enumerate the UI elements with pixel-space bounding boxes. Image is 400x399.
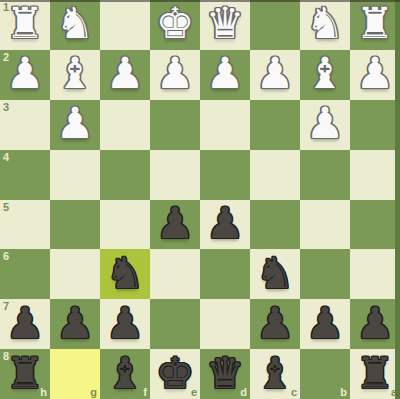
- piece-black-pawn[interactable]: ♟: [56, 302, 95, 345]
- piece-black-pawn[interactable]: ♟: [106, 302, 145, 345]
- square-b8[interactable]: b: [300, 349, 350, 399]
- square-e1[interactable]: ♚: [150, 0, 200, 50]
- square-d4[interactable]: [200, 150, 250, 200]
- square-c4[interactable]: [250, 150, 300, 200]
- square-e5[interactable]: ♟: [150, 200, 200, 250]
- square-c3[interactable]: [250, 100, 300, 150]
- piece-black-pawn[interactable]: ♟: [156, 202, 195, 245]
- square-h7[interactable]: 7♟: [0, 299, 50, 349]
- square-b1[interactable]: ♞: [300, 0, 350, 50]
- piece-white-king[interactable]: ♚: [156, 2, 195, 45]
- square-g5[interactable]: [50, 200, 100, 250]
- piece-black-pawn[interactable]: ♟: [256, 302, 295, 345]
- piece-black-queen[interactable]: ♛: [206, 352, 245, 395]
- square-e7[interactable]: [150, 299, 200, 349]
- piece-white-pawn[interactable]: ♟: [156, 52, 195, 95]
- square-c7[interactable]: ♟: [250, 299, 300, 349]
- square-e8[interactable]: e♚: [150, 349, 200, 399]
- piece-white-pawn[interactable]: ♟: [306, 102, 345, 145]
- square-h8[interactable]: 8h♜: [0, 349, 50, 399]
- file-label-g: g: [90, 386, 97, 398]
- square-c8[interactable]: c♝: [250, 349, 300, 399]
- piece-black-rook[interactable]: ♜: [356, 352, 395, 395]
- square-g6[interactable]: [50, 249, 100, 299]
- piece-white-rook[interactable]: ♜: [356, 2, 395, 45]
- square-g4[interactable]: [50, 150, 100, 200]
- piece-black-bishop[interactable]: ♝: [256, 352, 295, 395]
- rank-label-5: 5: [3, 201, 9, 213]
- square-a4[interactable]: [350, 150, 400, 200]
- piece-white-rook[interactable]: ♜: [6, 2, 45, 45]
- square-h1[interactable]: 1♜: [0, 0, 50, 50]
- square-d6[interactable]: [200, 249, 250, 299]
- piece-black-knight[interactable]: ♞: [256, 252, 295, 295]
- square-a3[interactable]: [350, 100, 400, 150]
- square-f7[interactable]: ♟: [100, 299, 150, 349]
- piece-white-bishop[interactable]: ♝: [306, 52, 345, 95]
- square-f3[interactable]: [100, 100, 150, 150]
- square-g2[interactable]: ♝: [50, 50, 100, 100]
- square-c2[interactable]: ♟: [250, 50, 300, 100]
- rank-label-4: 4: [3, 151, 9, 163]
- square-b4[interactable]: [300, 150, 350, 200]
- piece-white-pawn[interactable]: ♟: [6, 52, 45, 95]
- square-e3[interactable]: [150, 100, 200, 150]
- square-c6[interactable]: ♞: [250, 249, 300, 299]
- square-e6[interactable]: [150, 249, 200, 299]
- square-d3[interactable]: [200, 100, 250, 150]
- square-a5[interactable]: [350, 200, 400, 250]
- piece-black-pawn[interactable]: ♟: [306, 302, 345, 345]
- square-f5[interactable]: [100, 200, 150, 250]
- square-h3[interactable]: 3: [0, 100, 50, 150]
- square-c1[interactable]: [250, 0, 300, 50]
- square-a8[interactable]: a♜: [350, 349, 400, 399]
- piece-black-pawn[interactable]: ♟: [206, 202, 245, 245]
- square-h4[interactable]: 4: [0, 150, 50, 200]
- rank-label-3: 3: [3, 101, 9, 113]
- square-g7[interactable]: ♟: [50, 299, 100, 349]
- piece-white-pawn[interactable]: ♟: [106, 52, 145, 95]
- piece-white-pawn[interactable]: ♟: [256, 52, 295, 95]
- square-e4[interactable]: [150, 150, 200, 200]
- piece-black-pawn[interactable]: ♟: [356, 302, 395, 345]
- square-a1[interactable]: ♜: [350, 0, 400, 50]
- square-h6[interactable]: 6: [0, 249, 50, 299]
- piece-black-rook[interactable]: ♜: [6, 352, 45, 395]
- square-f2[interactable]: ♟: [100, 50, 150, 100]
- piece-white-pawn[interactable]: ♟: [56, 102, 95, 145]
- piece-white-knight[interactable]: ♞: [56, 2, 95, 45]
- square-c5[interactable]: [250, 200, 300, 250]
- square-b3[interactable]: ♟: [300, 100, 350, 150]
- chess-board: 1♜♞♚♛♞♜2♟♝♟♟♟♟♝♟3♟♟45♟♟6♞♞7♟♟♟♟♟♟8h♜gf♝e…: [0, 0, 400, 399]
- square-g1[interactable]: ♞: [50, 0, 100, 50]
- square-f8[interactable]: f♝: [100, 349, 150, 399]
- square-d5[interactable]: ♟: [200, 200, 250, 250]
- square-d7[interactable]: [200, 299, 250, 349]
- piece-black-knight[interactable]: ♞: [106, 252, 145, 295]
- square-d8[interactable]: d♛: [200, 349, 250, 399]
- square-a7[interactable]: ♟: [350, 299, 400, 349]
- file-label-b: b: [340, 386, 347, 398]
- square-d2[interactable]: ♟: [200, 50, 250, 100]
- piece-black-bishop[interactable]: ♝: [106, 352, 145, 395]
- square-e2[interactable]: ♟: [150, 50, 200, 100]
- square-g8[interactable]: g: [50, 349, 100, 399]
- piece-black-king[interactable]: ♚: [156, 352, 195, 395]
- square-a6[interactable]: [350, 249, 400, 299]
- piece-white-pawn[interactable]: ♟: [356, 52, 395, 95]
- square-f1[interactable]: [100, 0, 150, 50]
- square-h2[interactable]: 2♟: [0, 50, 50, 100]
- square-b7[interactable]: ♟: [300, 299, 350, 349]
- square-b6[interactable]: [300, 249, 350, 299]
- piece-white-knight[interactable]: ♞: [306, 2, 345, 45]
- square-b5[interactable]: [300, 200, 350, 250]
- piece-black-pawn[interactable]: ♟: [6, 302, 45, 345]
- square-d1[interactable]: ♛: [200, 0, 250, 50]
- piece-white-queen[interactable]: ♛: [206, 2, 245, 45]
- square-b2[interactable]: ♝: [300, 50, 350, 100]
- square-f4[interactable]: [100, 150, 150, 200]
- square-h5[interactable]: 5: [0, 200, 50, 250]
- rank-label-6: 6: [3, 250, 9, 262]
- piece-white-bishop[interactable]: ♝: [56, 52, 95, 95]
- square-a2[interactable]: ♟: [350, 50, 400, 100]
- square-g3[interactable]: ♟: [50, 100, 100, 150]
- square-f6[interactable]: ♞: [100, 249, 150, 299]
- piece-white-pawn[interactable]: ♟: [206, 52, 245, 95]
